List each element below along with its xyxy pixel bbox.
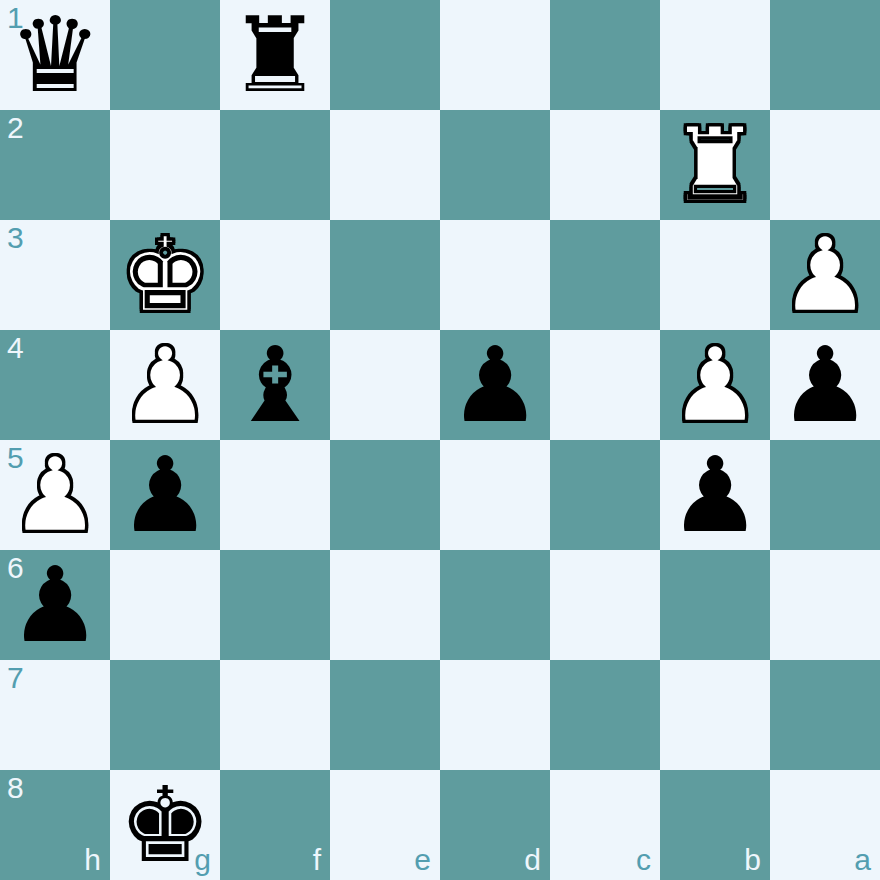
file-label-c: c (636, 845, 651, 875)
square-f5[interactable] (220, 440, 330, 550)
square-d2[interactable] (440, 110, 550, 220)
square-g3[interactable]: ♚ (110, 220, 220, 330)
square-g7[interactable] (110, 660, 220, 770)
square-e3[interactable] (330, 220, 440, 330)
square-f1[interactable]: ♜ (220, 0, 330, 110)
square-c5[interactable] (550, 440, 660, 550)
file-label-a: a (854, 845, 871, 875)
square-e6[interactable] (330, 550, 440, 660)
square-g2[interactable] (110, 110, 220, 220)
square-h5[interactable]: 5♟ (0, 440, 110, 550)
square-c1[interactable] (550, 0, 660, 110)
rank-label-3: 3 (7, 223, 24, 253)
file-label-b: b (744, 845, 761, 875)
file-label-f: f (313, 845, 321, 875)
rank-label-8: 8 (7, 773, 24, 803)
square-g4[interactable]: ♟ (110, 330, 220, 440)
square-c8[interactable]: c (550, 770, 660, 880)
black-pawn-icon[interactable]: ♟ (448, 333, 541, 437)
square-b8[interactable]: b (660, 770, 770, 880)
file-label-h: h (84, 845, 101, 875)
square-h7[interactable]: 7 (0, 660, 110, 770)
square-d7[interactable] (440, 660, 550, 770)
square-a8[interactable]: a (770, 770, 880, 880)
white-king-icon[interactable]: ♚ (118, 223, 211, 327)
square-a2[interactable] (770, 110, 880, 220)
square-d3[interactable] (440, 220, 550, 330)
square-e1[interactable] (330, 0, 440, 110)
square-d8[interactable]: d (440, 770, 550, 880)
square-b6[interactable] (660, 550, 770, 660)
square-b2[interactable]: ♜ (660, 110, 770, 220)
square-h6[interactable]: 6♟ (0, 550, 110, 660)
square-d4[interactable]: ♟ (440, 330, 550, 440)
square-b7[interactable] (660, 660, 770, 770)
black-king-icon[interactable]: ♚ (118, 773, 211, 877)
square-d6[interactable] (440, 550, 550, 660)
black-pawn-icon[interactable]: ♟ (778, 333, 871, 437)
rank-label-2: 2 (7, 113, 24, 143)
square-d5[interactable] (440, 440, 550, 550)
black-pawn-icon[interactable]: ♟ (118, 443, 211, 547)
square-g1[interactable] (110, 0, 220, 110)
white-pawn-icon[interactable]: ♟ (778, 223, 871, 327)
chess-board: 1♛♜2♜3♚♟4♟♝♟♟♟5♟♟♟6♟78hg♚fedcba (0, 0, 880, 880)
square-h8[interactable]: 8h (0, 770, 110, 880)
white-pawn-icon[interactable]: ♟ (8, 443, 101, 547)
rank-label-7: 7 (7, 663, 24, 693)
black-bishop-icon[interactable]: ♝ (228, 333, 321, 437)
square-a4[interactable]: ♟ (770, 330, 880, 440)
square-b4[interactable]: ♟ (660, 330, 770, 440)
black-pawn-icon[interactable]: ♟ (8, 553, 101, 657)
black-rook-icon[interactable]: ♜ (228, 3, 321, 107)
square-e7[interactable] (330, 660, 440, 770)
square-h4[interactable]: 4 (0, 330, 110, 440)
square-f7[interactable] (220, 660, 330, 770)
black-pawn-icon[interactable]: ♟ (668, 443, 761, 547)
square-b5[interactable]: ♟ (660, 440, 770, 550)
square-f8[interactable]: f (220, 770, 330, 880)
square-e5[interactable] (330, 440, 440, 550)
square-f3[interactable] (220, 220, 330, 330)
square-a6[interactable] (770, 550, 880, 660)
square-f4[interactable]: ♝ (220, 330, 330, 440)
square-h3[interactable]: 3 (0, 220, 110, 330)
square-c2[interactable] (550, 110, 660, 220)
square-b1[interactable] (660, 0, 770, 110)
square-c6[interactable] (550, 550, 660, 660)
file-label-d: d (524, 845, 541, 875)
square-h2[interactable]: 2 (0, 110, 110, 220)
square-f2[interactable] (220, 110, 330, 220)
file-label-e: e (414, 845, 431, 875)
square-a1[interactable] (770, 0, 880, 110)
square-g6[interactable] (110, 550, 220, 660)
square-f6[interactable] (220, 550, 330, 660)
square-g5[interactable]: ♟ (110, 440, 220, 550)
square-a5[interactable] (770, 440, 880, 550)
square-c7[interactable] (550, 660, 660, 770)
square-h1[interactable]: 1♛ (0, 0, 110, 110)
square-a7[interactable] (770, 660, 880, 770)
square-c3[interactable] (550, 220, 660, 330)
square-a3[interactable]: ♟ (770, 220, 880, 330)
square-e8[interactable]: e (330, 770, 440, 880)
square-c4[interactable] (550, 330, 660, 440)
square-d1[interactable] (440, 0, 550, 110)
white-pawn-icon[interactable]: ♟ (118, 333, 211, 437)
square-e2[interactable] (330, 110, 440, 220)
square-b3[interactable] (660, 220, 770, 330)
square-g8[interactable]: g♚ (110, 770, 220, 880)
white-pawn-icon[interactable]: ♟ (668, 333, 761, 437)
square-e4[interactable] (330, 330, 440, 440)
white-rook-icon[interactable]: ♜ (668, 113, 761, 217)
black-queen-icon[interactable]: ♛ (8, 3, 101, 107)
rank-label-4: 4 (7, 333, 24, 363)
